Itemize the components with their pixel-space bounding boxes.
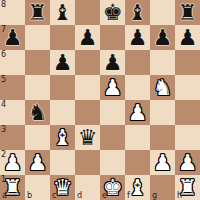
square-b7[interactable] [25,25,50,50]
square-c8[interactable]: ♝ [50,0,75,25]
white-pawn-e5[interactable]: ♟ [103,77,123,99]
square-c1[interactable]: c♛ [50,175,75,200]
square-e1[interactable]: e♚ [100,175,125,200]
square-d8[interactable] [75,0,100,25]
file-label-g: g [152,191,157,200]
square-a7[interactable]: 7♟ [0,25,25,50]
square-b6[interactable] [25,50,50,75]
chess-board: 8♜♝♚♝♜7♟♟♟♟♟6♟♟5♟♞4♞♟3♝♛2♟♟♟♟1a♜bc♛de♚f♝… [0,0,200,200]
square-c5[interactable] [50,75,75,100]
white-bishop-f1[interactable]: ♝ [128,177,148,199]
square-e3[interactable] [100,125,125,150]
square-g8[interactable] [150,0,175,25]
file-label-a: a [2,191,7,200]
black-pawn-e6[interactable]: ♟ [103,52,123,74]
square-a8[interactable]: 8 [0,0,25,25]
black-rook-b8[interactable]: ♜ [28,2,48,24]
black-pawn-h7[interactable]: ♟ [178,27,198,49]
rank-label-2: 2 [1,150,6,159]
square-b2[interactable]: ♟ [25,150,50,175]
square-c2[interactable] [50,150,75,175]
square-a6[interactable]: 6 [0,50,25,75]
square-d4[interactable] [75,100,100,125]
square-g3[interactable] [150,125,175,150]
square-e7[interactable] [100,25,125,50]
square-b8[interactable]: ♜ [25,0,50,25]
square-h3[interactable] [175,125,200,150]
square-f4[interactable]: ♟ [125,100,150,125]
square-d6[interactable] [75,50,100,75]
square-h8[interactable]: ♜ [175,0,200,25]
square-e4[interactable] [100,100,125,125]
square-f3[interactable] [125,125,150,150]
file-label-b: b [27,191,32,200]
square-h1[interactable]: h♜ [175,175,200,200]
square-b1[interactable]: b [25,175,50,200]
rank-label-3: 3 [1,125,6,134]
file-label-e: e [102,191,107,200]
square-e5[interactable]: ♟ [100,75,125,100]
file-label-f: f [127,191,130,200]
white-pawn-b2[interactable]: ♟ [28,152,48,174]
square-e6[interactable]: ♟ [100,50,125,75]
black-bishop-f8[interactable]: ♝ [128,2,148,24]
square-c3[interactable]: ♝ [50,125,75,150]
square-g5[interactable]: ♞ [150,75,175,100]
square-a4[interactable]: 4 [0,100,25,125]
rank-label-7: 7 [1,25,6,34]
square-b4[interactable]: ♞ [25,100,50,125]
file-label-h: h [177,191,182,200]
file-label-d: d [77,191,82,200]
rank-label-1: 1 [1,175,6,184]
white-bishop-c3[interactable]: ♝ [53,127,73,149]
square-g7[interactable]: ♟ [150,25,175,50]
square-b3[interactable] [25,125,50,150]
square-f7[interactable]: ♟ [125,25,150,50]
square-a3[interactable]: 3 [0,125,25,150]
square-e8[interactable]: ♚ [100,0,125,25]
square-a1[interactable]: 1a♜ [0,175,25,200]
square-h2[interactable]: ♟ [175,150,200,175]
white-pawn-f4[interactable]: ♟ [128,102,148,124]
rank-label-8: 8 [1,0,6,9]
white-knight-g5[interactable]: ♞ [153,77,173,99]
black-pawn-f7[interactable]: ♟ [128,27,148,49]
square-f5[interactable] [125,75,150,100]
square-c4[interactable] [50,100,75,125]
rank-label-6: 6 [1,50,6,59]
square-h5[interactable] [175,75,200,100]
square-d2[interactable] [75,150,100,175]
square-c6[interactable]: ♟ [50,50,75,75]
file-label-c: c [52,191,56,200]
square-d3[interactable]: ♛ [75,125,100,150]
rank-label-4: 4 [1,100,6,109]
square-a5[interactable]: 5 [0,75,25,100]
square-d1[interactable]: d [75,175,100,200]
rank-label-5: 5 [1,75,6,84]
black-knight-b4[interactable]: ♞ [28,102,48,124]
black-rook-h8[interactable]: ♜ [178,2,198,24]
square-d5[interactable] [75,75,100,100]
black-pawn-g7[interactable]: ♟ [153,27,173,49]
square-c7[interactable] [50,25,75,50]
square-h4[interactable] [175,100,200,125]
square-h7[interactable]: ♟ [175,25,200,50]
black-pawn-c6[interactable]: ♟ [53,52,73,74]
square-d7[interactable]: ♟ [75,25,100,50]
square-e2[interactable] [100,150,125,175]
square-g6[interactable] [150,50,175,75]
square-g2[interactable]: ♟ [150,150,175,175]
black-bishop-c8[interactable]: ♝ [53,2,73,24]
black-queen-d3[interactable]: ♛ [78,127,98,149]
white-pawn-h2[interactable]: ♟ [178,152,198,174]
square-g4[interactable] [150,100,175,125]
square-h6[interactable] [175,50,200,75]
square-f6[interactable] [125,50,150,75]
black-pawn-d7[interactable]: ♟ [78,27,98,49]
square-g1[interactable]: g [150,175,175,200]
black-king-e8[interactable]: ♚ [103,2,123,24]
square-f8[interactable]: ♝ [125,0,150,25]
white-pawn-g2[interactable]: ♟ [153,152,173,174]
square-f2[interactable] [125,150,150,175]
square-a2[interactable]: 2♟ [0,150,25,175]
square-f1[interactable]: f♝ [125,175,150,200]
square-b5[interactable] [25,75,50,100]
